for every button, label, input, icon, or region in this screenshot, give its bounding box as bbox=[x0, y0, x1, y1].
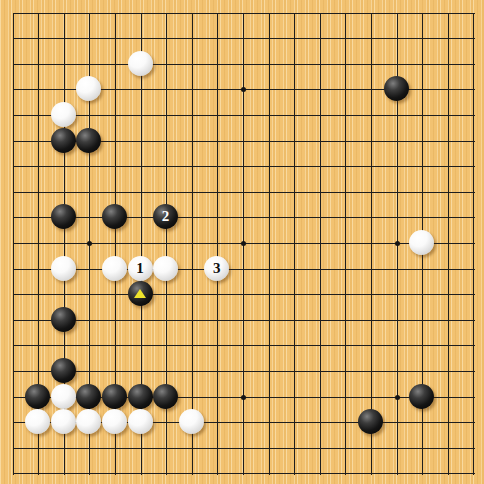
star-point bbox=[241, 241, 246, 246]
white-stone bbox=[153, 256, 178, 281]
grid-line bbox=[13, 13, 14, 475]
star-point bbox=[241, 395, 246, 400]
black-stone bbox=[51, 358, 76, 383]
black-stone bbox=[384, 76, 409, 101]
go-board[interactable]: 213 bbox=[0, 0, 484, 484]
grid-line bbox=[320, 13, 321, 475]
white-stone: 1 bbox=[128, 256, 153, 281]
black-stone bbox=[51, 307, 76, 332]
white-stone bbox=[102, 409, 127, 434]
black-stone bbox=[358, 409, 383, 434]
black-stone bbox=[128, 281, 153, 306]
black-stone bbox=[51, 128, 76, 153]
move-number-label: 2 bbox=[162, 209, 170, 224]
white-stone bbox=[51, 409, 76, 434]
black-stone bbox=[102, 384, 127, 409]
white-stone bbox=[128, 409, 153, 434]
white-stone bbox=[76, 409, 101, 434]
grid-line bbox=[13, 166, 475, 167]
star-point bbox=[87, 241, 92, 246]
grid-line bbox=[345, 13, 346, 475]
grid-line bbox=[13, 192, 475, 193]
white-stone bbox=[25, 409, 50, 434]
grid-line bbox=[13, 473, 475, 474]
grid-line bbox=[13, 115, 475, 116]
black-stone bbox=[128, 384, 153, 409]
black-stone bbox=[153, 384, 178, 409]
grid-line bbox=[192, 13, 193, 475]
white-stone bbox=[128, 51, 153, 76]
star-point bbox=[395, 241, 400, 246]
black-stone bbox=[25, 384, 50, 409]
grid-line bbox=[13, 448, 475, 449]
white-stone bbox=[51, 102, 76, 127]
star-point bbox=[241, 87, 246, 92]
grid-line bbox=[13, 64, 475, 65]
white-stone bbox=[179, 409, 204, 434]
star-point bbox=[395, 395, 400, 400]
triangle-marker-icon bbox=[134, 289, 146, 298]
move-number-label: 3 bbox=[213, 261, 221, 276]
white-stone bbox=[51, 384, 76, 409]
grid-line bbox=[448, 13, 449, 475]
grid-line bbox=[13, 371, 475, 372]
grid-line bbox=[473, 13, 474, 475]
white-stone bbox=[51, 256, 76, 281]
black-stone bbox=[51, 204, 76, 229]
white-stone: 3 bbox=[204, 256, 229, 281]
grid-line bbox=[13, 269, 475, 270]
grid-line bbox=[13, 320, 475, 321]
grid-line bbox=[269, 13, 270, 475]
white-stone bbox=[409, 230, 434, 255]
grid-line bbox=[217, 13, 218, 475]
white-stone bbox=[76, 76, 101, 101]
black-stone bbox=[102, 204, 127, 229]
grid-line bbox=[13, 294, 475, 295]
grid-line bbox=[13, 13, 475, 14]
grid-line bbox=[294, 13, 295, 475]
move-number-label: 1 bbox=[136, 261, 144, 276]
grid-line bbox=[13, 38, 475, 39]
grid-line bbox=[13, 217, 475, 218]
grid-line bbox=[13, 345, 475, 346]
black-stone: 2 bbox=[153, 204, 178, 229]
black-stone bbox=[76, 384, 101, 409]
grid-line bbox=[371, 13, 372, 475]
black-stone bbox=[76, 128, 101, 153]
black-stone bbox=[409, 384, 434, 409]
white-stone bbox=[102, 256, 127, 281]
